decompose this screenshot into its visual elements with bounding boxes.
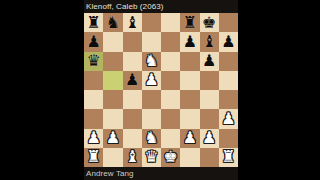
piece-black-rook[interactable]: ♜ [183,14,197,30]
square-g2[interactable]: ♟ [200,129,219,148]
piece-black-king[interactable]: ♚ [202,14,216,30]
square-d6[interactable]: ♞ [142,52,161,71]
square-b2[interactable]: ♟ [103,129,122,148]
piece-white-pawn[interactable]: ♟ [144,72,158,88]
piece-white-bishop[interactable]: ♝ [125,149,139,165]
square-a5[interactable] [84,71,103,90]
square-g8[interactable]: ♚ [200,13,219,32]
square-c5[interactable]: ♟ [123,71,142,90]
square-d5[interactable]: ♟ [142,71,161,90]
square-e4[interactable] [161,90,180,109]
square-c8[interactable]: ♝ [123,13,142,32]
piece-white-rook[interactable]: ♜ [86,149,100,165]
square-b7[interactable] [103,32,122,51]
piece-black-pawn[interactable]: ♟ [202,53,216,69]
square-d1[interactable]: ♛ [142,148,161,167]
square-f8[interactable]: ♜ [180,13,199,32]
square-g6[interactable]: ♟ [200,52,219,71]
piece-white-pawn[interactable]: ♟ [202,130,216,146]
app-window: Klenoff, Caleb (2063) ♜♞♝♜♚♟♟♝♟♛♞♟♟♟♟♟♟♞… [0,0,320,180]
square-f1[interactable] [180,148,199,167]
piece-white-pawn[interactable]: ♟ [86,130,100,146]
square-b3[interactable] [103,109,122,128]
square-c3[interactable] [123,109,142,128]
square-h4[interactable] [219,90,238,109]
piece-black-bishop[interactable]: ♝ [125,14,139,30]
square-a3[interactable] [84,109,103,128]
square-h3[interactable]: ♟ [219,109,238,128]
piece-black-pawn[interactable]: ♟ [125,72,139,88]
square-b1[interactable] [103,148,122,167]
square-f3[interactable] [180,109,199,128]
square-e1[interactable]: ♚ [161,148,180,167]
square-g4[interactable] [200,90,219,109]
square-a2[interactable]: ♟ [84,129,103,148]
square-h6[interactable] [219,52,238,71]
square-e3[interactable] [161,109,180,128]
square-c7[interactable] [123,32,142,51]
square-g1[interactable] [200,148,219,167]
piece-white-rook[interactable]: ♜ [221,149,235,165]
square-g7[interactable]: ♝ [200,32,219,51]
square-h7[interactable]: ♟ [219,32,238,51]
piece-black-pawn[interactable]: ♟ [86,33,100,49]
piece-black-rook[interactable]: ♜ [86,14,100,30]
board-column: Klenoff, Caleb (2063) ♜♞♝♜♚♟♟♝♟♛♞♟♟♟♟♟♟♞… [84,0,238,180]
square-f6[interactable] [180,52,199,71]
piece-black-pawn[interactable]: ♟ [221,33,235,49]
piece-white-pawn[interactable]: ♟ [221,110,235,126]
piece-white-pawn[interactable]: ♟ [106,130,120,146]
square-b6[interactable] [103,52,122,71]
square-d4[interactable] [142,90,161,109]
square-d3[interactable] [142,109,161,128]
chess-board[interactable]: ♜♞♝♜♚♟♟♝♟♛♞♟♟♟♟♟♟♞♟♟♜♝♛♚♜ [84,13,238,167]
square-f7[interactable]: ♟ [180,32,199,51]
square-a6[interactable]: ♛ [84,52,103,71]
square-g3[interactable] [200,109,219,128]
square-h1[interactable]: ♜ [219,148,238,167]
piece-white-pawn[interactable]: ♟ [183,130,197,146]
player-bottom-name: Andrew Tang [86,169,134,178]
square-h5[interactable] [219,71,238,90]
square-b4[interactable] [103,90,122,109]
piece-white-knight[interactable]: ♞ [144,130,158,146]
square-c6[interactable] [123,52,142,71]
square-e2[interactable] [161,129,180,148]
square-e6[interactable] [161,52,180,71]
square-c1[interactable]: ♝ [123,148,142,167]
square-c2[interactable] [123,129,142,148]
player-top-bar: Klenoff, Caleb (2063) [84,0,238,13]
player-top-name: Klenoff, Caleb (2063) [86,2,164,11]
square-a1[interactable]: ♜ [84,148,103,167]
piece-white-king[interactable]: ♚ [163,149,177,165]
square-d2[interactable]: ♞ [142,129,161,148]
square-a7[interactable]: ♟ [84,32,103,51]
square-g5[interactable] [200,71,219,90]
square-f4[interactable] [180,90,199,109]
square-d8[interactable] [142,13,161,32]
piece-white-knight[interactable]: ♞ [144,53,158,69]
piece-black-queen[interactable]: ♛ [86,53,100,69]
player-bottom-bar: Andrew Tang [84,167,238,180]
piece-white-queen[interactable]: ♛ [144,149,158,165]
square-e5[interactable] [161,71,180,90]
square-h2[interactable] [219,129,238,148]
piece-black-pawn[interactable]: ♟ [183,33,197,49]
square-h8[interactable] [219,13,238,32]
square-b5[interactable] [103,71,122,90]
square-a8[interactable]: ♜ [84,13,103,32]
square-b8[interactable]: ♞ [103,13,122,32]
square-f5[interactable] [180,71,199,90]
square-f2[interactable]: ♟ [180,129,199,148]
piece-black-bishop[interactable]: ♝ [202,33,216,49]
square-a4[interactable] [84,90,103,109]
square-e7[interactable] [161,32,180,51]
square-c4[interactable] [123,90,142,109]
square-e8[interactable] [161,13,180,32]
square-d7[interactable] [142,32,161,51]
piece-black-knight[interactable]: ♞ [106,14,120,30]
